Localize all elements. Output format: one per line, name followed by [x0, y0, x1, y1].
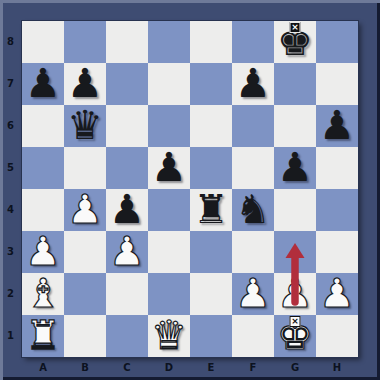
rank-label-6: 6: [0, 105, 21, 147]
square-g2[interactable]: ♟: [274, 273, 316, 315]
square-d6[interactable]: [148, 105, 190, 147]
piece-white-bishop[interactable]: ♝: [25, 273, 61, 313]
square-h6[interactable]: ♟: [316, 105, 358, 147]
piece-white-pawn[interactable]: ♟: [67, 189, 103, 229]
square-g4[interactable]: [274, 189, 316, 231]
piece-black-knight[interactable]: ♞: [235, 189, 271, 229]
square-f4[interactable]: ♞: [232, 189, 274, 231]
piece-black-pawn[interactable]: ♟: [277, 147, 313, 187]
square-b3[interactable]: [64, 231, 106, 273]
square-c8[interactable]: [106, 21, 148, 63]
square-g1[interactable]: ♚×: [274, 315, 316, 357]
piece-black-pawn[interactable]: ♟: [235, 63, 271, 103]
piece-black-rook[interactable]: ♜: [193, 189, 229, 229]
square-g3[interactable]: [274, 231, 316, 273]
square-a5[interactable]: [22, 147, 64, 189]
rank-label-8: 8: [0, 21, 21, 63]
square-b8[interactable]: [64, 21, 106, 63]
square-g8[interactable]: ♚×: [274, 21, 316, 63]
square-e7[interactable]: [190, 63, 232, 105]
square-d7[interactable]: [148, 63, 190, 105]
square-h8[interactable]: [316, 21, 358, 63]
file-label-f: F: [232, 358, 274, 380]
square-e3[interactable]: [190, 231, 232, 273]
file-label-d: D: [148, 358, 190, 380]
file-label-h: H: [316, 358, 358, 380]
square-a3[interactable]: ♟: [22, 231, 64, 273]
square-b1[interactable]: [64, 315, 106, 357]
square-d8[interactable]: [148, 21, 190, 63]
piece-black-pawn[interactable]: ♟: [319, 105, 355, 145]
rank-label-1: 1: [0, 315, 21, 357]
chess-board: ♚×♟♟♟♛♟♟♟♟♟♜♞♟♟♝♟♟♟♜♛♚×: [22, 21, 358, 357]
file-label-e: E: [190, 358, 232, 380]
piece-white-rook[interactable]: ♜: [25, 315, 61, 355]
rank-label-3: 3: [0, 231, 21, 273]
square-f2[interactable]: ♟: [232, 273, 274, 315]
rank-label-2: 2: [0, 273, 21, 315]
square-c3[interactable]: ♟: [106, 231, 148, 273]
piece-white-pawn[interactable]: ♟: [25, 231, 61, 271]
rank-label-4: 4: [0, 189, 21, 231]
square-h4[interactable]: [316, 189, 358, 231]
square-h5[interactable]: [316, 147, 358, 189]
square-e4[interactable]: ♜: [190, 189, 232, 231]
square-c5[interactable]: [106, 147, 148, 189]
rank-label-7: 7: [0, 63, 21, 105]
chess-diagram: ♚×♟♟♟♛♟♟♟♟♟♜♞♟♟♝♟♟♟♜♛♚× 87654321ABCDEFGH: [0, 0, 380, 380]
piece-black-queen[interactable]: ♛: [67, 105, 103, 145]
square-c7[interactable]: [106, 63, 148, 105]
square-d3[interactable]: [148, 231, 190, 273]
square-e6[interactable]: [190, 105, 232, 147]
square-b7[interactable]: ♟: [64, 63, 106, 105]
square-f7[interactable]: ♟: [232, 63, 274, 105]
square-f6[interactable]: [232, 105, 274, 147]
square-c2[interactable]: [106, 273, 148, 315]
square-f5[interactable]: [232, 147, 274, 189]
square-h3[interactable]: [316, 231, 358, 273]
square-b4[interactable]: ♟: [64, 189, 106, 231]
square-a8[interactable]: [22, 21, 64, 63]
square-a7[interactable]: ♟: [22, 63, 64, 105]
square-b2[interactable]: [64, 273, 106, 315]
square-h1[interactable]: [316, 315, 358, 357]
file-label-a: A: [22, 358, 64, 380]
square-e2[interactable]: [190, 273, 232, 315]
file-label-c: C: [106, 358, 148, 380]
piece-white-pawn[interactable]: ♟: [319, 273, 355, 313]
piece-white-pawn[interactable]: ♟: [277, 273, 313, 313]
square-d2[interactable]: [148, 273, 190, 315]
square-d1[interactable]: ♛: [148, 315, 190, 357]
piece-white-queen[interactable]: ♛: [151, 315, 187, 355]
square-c1[interactable]: [106, 315, 148, 357]
square-f3[interactable]: [232, 231, 274, 273]
square-a1[interactable]: ♜: [22, 315, 64, 357]
file-label-g: G: [274, 358, 316, 380]
piece-white-pawn[interactable]: ♟: [109, 231, 145, 271]
white-king-marker-icon: ×: [290, 316, 301, 327]
black-king-marker-icon: ×: [290, 22, 301, 33]
square-h2[interactable]: ♟: [316, 273, 358, 315]
square-g5[interactable]: ♟: [274, 147, 316, 189]
square-e8[interactable]: [190, 21, 232, 63]
piece-black-pawn[interactable]: ♟: [25, 63, 61, 103]
piece-black-pawn[interactable]: ♟: [67, 63, 103, 103]
square-e1[interactable]: [190, 315, 232, 357]
square-f8[interactable]: [232, 21, 274, 63]
square-a4[interactable]: [22, 189, 64, 231]
square-c4[interactable]: ♟: [106, 189, 148, 231]
square-g7[interactable]: [274, 63, 316, 105]
square-c6[interactable]: [106, 105, 148, 147]
piece-black-pawn[interactable]: ♟: [109, 189, 145, 229]
rank-label-5: 5: [0, 147, 21, 189]
file-label-b: B: [64, 358, 106, 380]
piece-white-pawn[interactable]: ♟: [235, 273, 271, 313]
square-b6[interactable]: ♛: [64, 105, 106, 147]
square-a6[interactable]: [22, 105, 64, 147]
square-h7[interactable]: [316, 63, 358, 105]
square-e5[interactable]: [190, 147, 232, 189]
square-f1[interactable]: [232, 315, 274, 357]
square-d5[interactable]: ♟: [148, 147, 190, 189]
square-a2[interactable]: ♝: [22, 273, 64, 315]
square-g6[interactable]: [274, 105, 316, 147]
piece-black-pawn[interactable]: ♟: [151, 147, 187, 187]
square-b5[interactable]: [64, 147, 106, 189]
square-d4[interactable]: [148, 189, 190, 231]
